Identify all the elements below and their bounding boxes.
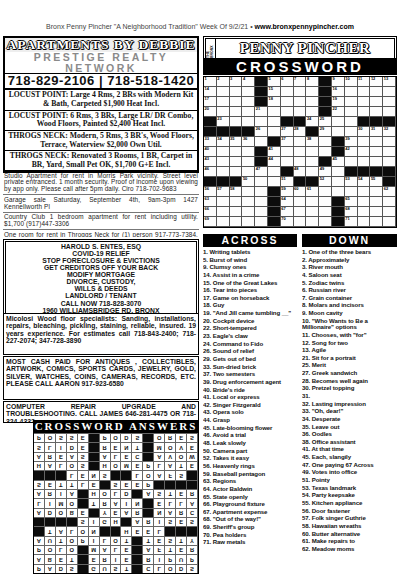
answer-letter-cell: B [67,508,78,517]
grid-cell [332,117,345,127]
clue-number: 56 [205,187,209,191]
clue-number: 6 [281,77,283,81]
grid-cell [230,97,243,107]
grid-cell: 28 [294,127,307,137]
grid-cell [358,197,371,207]
answer-letter-cell: T [176,461,187,470]
answer-letter-cell: T [143,536,154,545]
clue-number: 29 [320,127,324,131]
across-clue: 29. Gets out of bed [203,356,297,362]
answer-letter-cell: P [34,564,45,573]
down-clue: 57. Folk singer Guthrie [302,515,397,521]
answer-letter-cell: A [165,461,176,470]
answer-letter-cell: M [89,545,100,554]
black-square [319,87,332,97]
grid-cell [294,137,307,147]
grid-cell [230,107,243,117]
answer-black-square [121,517,132,526]
answer-letter-cell: H [100,461,111,470]
grid-cell [242,197,255,207]
clue-number: 34 [217,137,221,141]
answer-letter-cell: E [132,461,143,470]
grid-cell: 30 [358,127,371,137]
across-clue: 63. Regions [203,478,297,484]
clue-number: 35 [230,137,234,141]
grid-cell: 47 [255,167,268,177]
answer-letter-cell: H [34,461,45,470]
attorney-ad-line: MODIFY MORTGAGE [6,271,196,278]
answer-letter-cell: L [111,452,122,461]
grid-cell: 52 [319,177,332,187]
down-clue: 9. Moon cavity [302,310,397,316]
answer-letter-cell: S [187,564,198,573]
down-clue: 13. Agile [302,347,397,353]
grid-cell [306,97,319,107]
across-clue: 69. Sheriff's group [203,524,297,530]
grid-cell [217,197,230,207]
answer-black-square [143,433,154,442]
answer-black-square [78,498,89,507]
clue-number: 17 [205,97,209,101]
down-header: DOWN [302,234,397,247]
answer-letter-cell: T [132,442,143,451]
answer-letter-cell: D [56,564,67,573]
grid-cell [383,217,396,227]
clue-number: 62 [384,187,388,191]
answer-letter-cell: T [56,536,67,545]
across-header: ACROSS [203,234,297,247]
grid-cell: 13 [383,77,396,87]
clue-number: 68 [345,207,349,211]
answer-letter-cell: H [111,517,122,526]
answer-letter-cell: U [100,564,111,573]
answer-letter-cell: O [56,508,67,517]
answer-letter-cell: E [132,526,143,535]
answer-letter-cell: O [111,536,122,545]
grid-cell [242,147,255,157]
black-square [255,147,268,157]
down-clue: 31. [302,393,397,399]
grid-cell [230,157,243,167]
masthead-url: www.bronxpennypincher.com [255,23,354,30]
down-clue: 4. Saloon seat [302,272,397,278]
answer-letter-cell: L [100,536,111,545]
across-clue: 15. One of the Great Lakes [203,280,297,286]
answer-letter-cell: L [176,498,187,507]
answer-letter-cell: E [154,498,165,507]
grid-cell [242,87,255,97]
across-clue: 37. Two semesters [203,371,297,377]
black-square [383,167,396,177]
clue-number: 69 [205,217,209,221]
grid-cell [294,87,307,97]
clue-number: 31 [371,127,375,131]
crossword-answers-title: CROSSWORD ANSWERS [35,421,198,432]
grid-cell [281,107,294,117]
answer-letter-cell: M [121,461,132,470]
grid-cell [294,147,307,157]
across-clue: 40. Bride's ride [203,387,297,393]
grid-cell: 48 [294,167,307,177]
across-clue: 17. Game on horseback [203,295,297,301]
clue-number: 26 [256,127,260,131]
answer-letter-cell: A [111,498,122,507]
answer-letter-cell: L [56,545,67,554]
answer-black-square [143,452,154,461]
across-clue: 19. "And Jill came tumbling __" [203,310,297,316]
grid-cell [230,197,243,207]
answer-letter-cell: D [121,489,132,498]
answer-black-square [176,480,187,489]
grid-cell [268,117,281,127]
clue-number: 64 [281,197,285,201]
answer-letter-cell: L [154,564,165,573]
answer-letter-cell: I [154,517,165,526]
clue-number: 41 [269,147,273,151]
across-clue: 1. Writing tablets [203,249,297,255]
answer-letter-cell: D [67,442,78,451]
apartment-listing: THROGS NECK: Renovated 3 Rooms, 1 BR, Ca… [5,151,197,171]
answer-letter-cell: A [56,526,67,535]
clue-number: 14 [205,87,209,91]
grid-cell: 44 [268,157,281,167]
answer-black-square [78,554,89,563]
answer-black-square [34,470,45,479]
answer-letter-cell: S [187,517,198,526]
clue-number: 51 [281,177,285,181]
across-clue: 50. Camera part [203,448,297,454]
down-clue: 12. Song for two [302,340,397,346]
answer-letter-cell: R [143,554,154,563]
grid-cell [358,157,371,167]
grid-cell: 62 [383,187,396,197]
answer-letter-cell: T [121,564,132,573]
grid-cell: 60 [294,187,307,197]
answer-letter-cell: L [56,461,67,470]
answer-letter-cell: S [34,480,45,489]
grid-cell: 36 [242,137,255,147]
grid-cell: 38 [306,137,319,147]
grid-cell [370,197,383,207]
across-clue: 42. Singer Fitzgerald [203,402,297,408]
answer-black-square [165,526,176,535]
answer-letter-cell: S [78,452,89,461]
answer-letter-cell: E [121,545,132,554]
grid-cell [217,87,230,97]
answer-letter-cell: E [78,433,89,442]
clue-number: 33 [205,137,209,141]
answer-letter-cell: A [132,517,143,526]
clue-number: 19 [333,97,337,101]
black-square [204,117,217,127]
clue-number: 5 [269,77,271,81]
grid-cell: 12 [370,77,383,87]
answer-letter-cell: A [154,470,165,479]
down-clue: 36. Oodles [302,431,397,437]
black-square [268,217,281,227]
clue-number: 28 [294,127,298,131]
clue-number: 37 [281,137,285,141]
answer-black-square [121,470,132,479]
answer-black-square [89,508,100,517]
grid-cell: 35 [230,137,243,147]
grid-cell [255,187,268,197]
answer-letter-cell: A [34,554,45,563]
cash-paid-ad-text: MOST CASH PAID FOR ANTIQUES , COLLECTIBL… [4,357,198,389]
grid-cell [306,157,319,167]
across-clue: 20. Cockpit device [203,318,297,324]
grid-cell [319,137,332,147]
answer-letter-cell: O [67,461,78,470]
grid-cell [370,157,383,167]
apartments-ad-subtitle: PRESTIGE REALTY NETWORK [5,52,197,74]
grid-cell: 54 [358,177,371,187]
answer-letter-cell: O [78,526,89,535]
clue-number: 8 [307,77,309,81]
clue-number: 27 [281,127,285,131]
attorney-ad: HAROLD S. ENTES, ESQCOVID-19 RELIEFSTOP … [3,239,199,316]
answer-letter-cell: E [78,442,89,451]
answer-letter-cell: E [56,554,67,563]
clue-number: 11 [358,77,362,81]
clue-number: 24 [307,117,311,121]
answer-letter-cell: H [89,489,100,498]
answer-letter-cell: D [45,508,56,517]
grid-cell [345,117,358,127]
down-clue: 60. Butter alternative [302,531,397,537]
clue-number: 40 [205,147,209,151]
clue-number: 66 [205,207,209,211]
grid-cell [242,117,255,127]
answer-black-square [132,489,143,498]
grid-cell [255,197,268,207]
grid-cell: 7 [294,77,307,87]
answer-letter-cell: L [111,489,122,498]
answer-letter-cell: I [154,554,165,563]
clue-number: 23 [217,117,221,121]
grid-cell: 2 [217,77,230,87]
answer-letter-cell: F [154,545,165,554]
grid-cell: 58 [230,187,243,197]
answer-black-square [78,564,89,573]
down-clue: 25. Merit [302,362,397,368]
answer-black-square [56,517,67,526]
answer-letter-cell: P [143,461,154,470]
grid-cell: 18 [268,97,281,107]
grid-cell: 37 [281,137,294,147]
answer-letter-cell: R [100,554,111,563]
across-clue: 9. Clumsy ones [203,264,297,270]
answer-letter-cell: N [89,526,100,535]
clue-number: 48 [294,167,298,171]
answer-letter-cell: S [67,564,78,573]
grid-cell [306,167,319,177]
answer-letter-cell: N [132,498,143,507]
clue-number: 43 [205,157,209,161]
crossword-answers-banner: CROSSWORD ANSWERS [33,420,199,432]
answer-letter-cell: E [56,452,67,461]
grid-cell [281,87,294,97]
answer-letter-cell: N [121,442,132,451]
across-clue: 16. Tear into pieces [203,287,297,293]
grid-cell: 34 [217,137,230,147]
down-clue: 47. One paying 67 Across [302,462,397,468]
clue-number: 15 [269,87,273,91]
clue-number: 53 [345,177,349,181]
answer-letter-cell: I [56,442,67,451]
answer-letter-cell: S [165,536,176,545]
clue-number: 21 [256,107,260,111]
down-clue: 27. Greek sandwich [302,370,397,376]
attorney-ad-line: WILLS & DEEDS [6,285,196,292]
answer-letter-cell: A [143,545,154,554]
answer-letter-cell: I [121,498,132,507]
answer-letter-cell: C [143,564,154,573]
attorney-ad-line: DIVORCE, CUSTODY, [6,278,196,285]
down-clue: 53. Texas landmark [302,485,397,491]
grid-cell: 70 [281,217,294,227]
cash-paid-ad: MOST CASH PAID FOR ANTIQUES , COLLECTIBL… [3,356,199,400]
answer-letter-cell: S [34,442,45,451]
clue-number: 12 [371,77,375,81]
grid-cell [281,157,294,167]
answer-letter-cell: I [89,517,100,526]
down-clue: 55. Kitchen appliance [302,500,397,506]
answer-letter-cell: O [67,536,78,545]
answer-letter-cell: O [67,545,78,554]
across-clue: 68. "Out of the way!" [203,516,297,522]
grid-cell [281,97,294,107]
answer-letter-cell: I [89,536,100,545]
answer-letter-cell: T [165,545,176,554]
answer-letter-cell: A [100,545,111,554]
answer-letter-cell: P [78,536,89,545]
clue-number: 50 [243,177,247,181]
down-clue: 21. Sit for a portrait [302,355,397,361]
across-clue: 65. State openly [203,494,297,500]
black-square [255,87,268,97]
classified-ad: Country Club 1 bedroom apartment for ren… [3,213,199,231]
across-clue: 44. Grasp [203,417,297,423]
answer-letter-cell: G [100,517,111,526]
down-clue: 33. "Oh, dear!" [302,408,397,414]
grid-cell [242,107,255,117]
apartments-ad-phones: 718-829-2106 | 718-518-1420 [5,74,197,90]
clue-number: 52 [320,177,324,181]
answer-black-square [111,526,122,535]
down-clue: 56. Door fastener [302,508,397,514]
answer-letter-cell: A [34,452,45,461]
grid-cell [306,207,319,217]
grid-cell [319,207,332,217]
grid-cell [358,187,371,197]
classified-ads: Studio Apartment for rent in Morris Park… [3,171,199,237]
answer-letter-cell: T [121,536,132,545]
clue-number: 55 [371,177,375,181]
clue-number: 60 [294,187,298,191]
answer-black-square [78,545,89,554]
answer-black-square [176,526,187,535]
clue-number: 36 [243,137,247,141]
answer-letter-cell: V [165,452,176,461]
answer-letter-cell: S [165,517,176,526]
answer-letter-cell: R [176,508,187,517]
grid-cell [383,107,396,117]
answer-letter-cell: R [100,442,111,451]
answer-black-square [187,526,198,535]
answer-letter-cell: O [154,433,165,442]
answer-letter-cell: R [45,489,56,498]
answer-letter-cell: L [67,470,78,479]
black-square [332,217,345,227]
grid-cell [268,167,281,177]
grid-cell [230,117,243,127]
grid-cell [319,217,332,227]
answer-black-square [100,526,111,535]
left-column: APARTMENTS BY DEBBIE PRESTIGE REALTY NET… [3,36,199,574]
answer-letter-cell: O [143,470,154,479]
grid-cell [242,217,255,227]
grid-cell [294,197,307,207]
answer-letter-cell: E [132,480,143,489]
answer-letter-cell: P [187,554,198,563]
clue-number: 20 [205,107,209,111]
clue-number: 59 [281,187,285,191]
answer-letter-cell: E [176,545,187,554]
grid-cell: 23 [217,117,230,127]
down-clue: 8. Molars and incisors [302,302,397,308]
right-column: THE BRONX PENNY PINCHER CROSSWORD 123456… [203,36,397,574]
grid-cell [268,127,281,137]
answer-letter-cell: U [45,536,56,545]
apartment-listing: LOCUST POINT: 6 Rms, 3 BRs, Large LR/ DR… [5,111,197,131]
answer-black-square [132,545,143,554]
answer-letter-cell: S [111,480,122,489]
down-clue: 41. At that time [302,446,397,452]
grid-cell [358,147,371,157]
across-clue: 43. Opera solo [203,409,297,415]
answer-letter-cell: R [143,517,154,526]
grid-cell: 10 [345,77,358,87]
down-clue: 35. Leave out [302,424,397,430]
answer-letter-cell: A [67,452,78,461]
grid-cell [358,207,371,217]
answer-letter-cell: O [45,433,56,442]
clue-number: 57 [217,187,221,191]
answer-black-square [143,508,154,517]
answer-letter-cell: S [100,470,111,479]
apartments-ad: APARTMENTS BY DEBBIE PRESTIGE REALTY NET… [3,36,199,173]
answer-letter-cell: S [187,433,198,442]
clue-number: 47 [256,167,260,171]
down-clue: 49. Votes into office [302,469,397,475]
answer-letter-cell: E [111,442,122,451]
answer-letter-cell: O [100,489,111,498]
down-header-text: DOWN [329,235,370,246]
answer-letter-cell: E [187,461,198,470]
answer-letter-cell: E [176,517,187,526]
across-clue: 66. Playground fixture [203,501,297,507]
masthead: Bronx Penny Pincher "A Neighborhood Trad… [0,23,400,30]
answer-letter-cell: W [187,452,198,461]
clue-number: 16 [333,87,337,91]
black-square [255,77,268,87]
answer-black-square [67,517,78,526]
grid-cell [230,207,243,217]
grid-cell [306,217,319,227]
across-clue: 41. Local or express [203,394,297,400]
grid-cell [217,167,230,177]
